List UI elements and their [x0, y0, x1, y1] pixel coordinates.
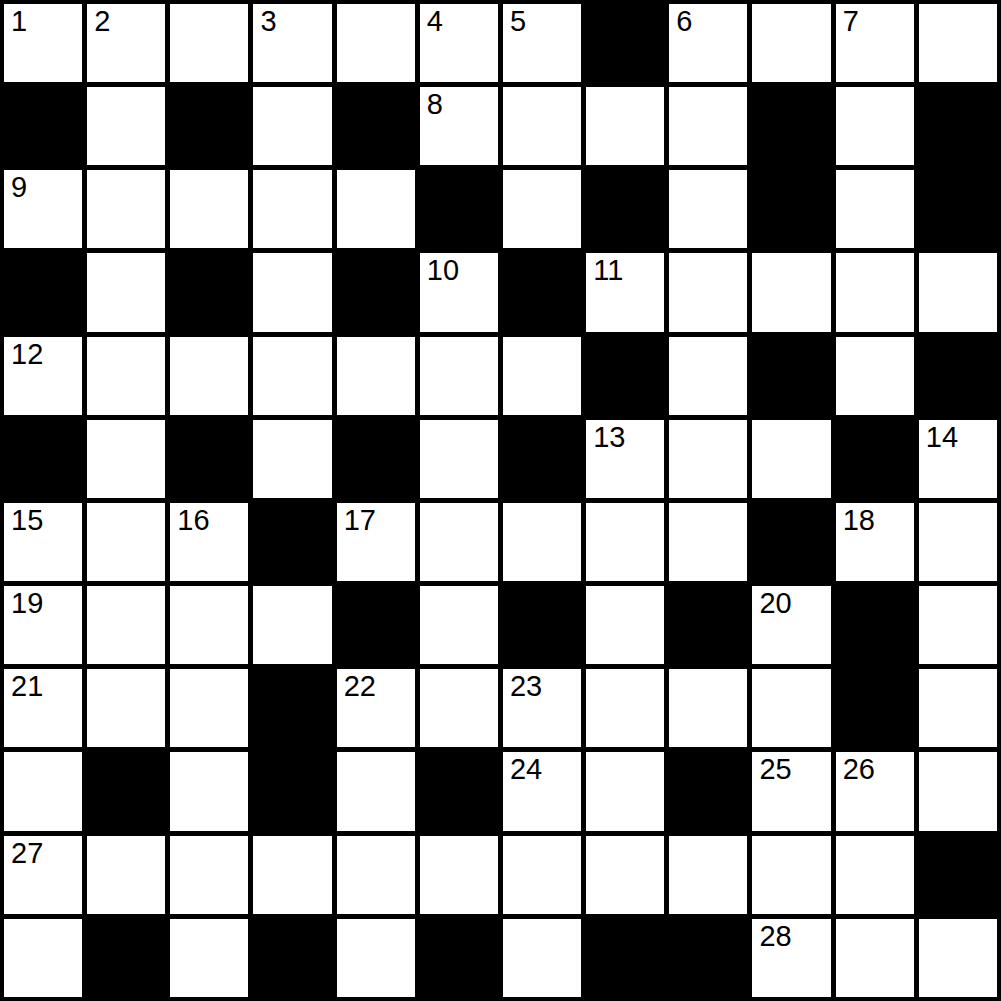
- black-cell-r12c9: [669, 919, 747, 997]
- black-cell-r2c1: [4, 87, 82, 165]
- black-cell-r2c12: [919, 87, 997, 165]
- black-cell-r2c3: [170, 87, 248, 165]
- white-cell-r11c9[interactable]: [669, 836, 747, 914]
- black-cell-r8c9: [669, 586, 747, 664]
- white-cell-r5c2[interactable]: [87, 337, 165, 415]
- black-cell-r10c4: [253, 752, 331, 830]
- white-cell-r8c6[interactable]: [420, 586, 498, 664]
- white-cell-r4c4[interactable]: [253, 253, 331, 331]
- white-cell-r10c10[interactable]: 25: [752, 752, 830, 830]
- clue-number-1: 1: [11, 6, 27, 36]
- clue-number-25: 25: [759, 754, 791, 784]
- white-cell-r9c3[interactable]: [170, 669, 248, 747]
- white-cell-r2c9[interactable]: [669, 87, 747, 165]
- white-cell-r5c9[interactable]: [669, 337, 747, 415]
- clue-number-4: 4: [427, 6, 443, 36]
- white-cell-r5c6[interactable]: [420, 337, 498, 415]
- black-cell-r6c1: [4, 420, 82, 498]
- white-cell-r7c9[interactable]: [669, 503, 747, 581]
- black-cell-r6c3: [170, 420, 248, 498]
- black-cell-r5c8: [586, 337, 664, 415]
- white-cell-r11c3[interactable]: [170, 836, 248, 914]
- white-cell-r6c9[interactable]: [669, 420, 747, 498]
- white-cell-r2c4[interactable]: [253, 87, 331, 165]
- white-cell-r7c7[interactable]: [503, 503, 581, 581]
- white-cell-r4c9[interactable]: [669, 253, 747, 331]
- white-cell-r11c11[interactable]: [836, 836, 914, 914]
- white-cell-r3c11[interactable]: [836, 170, 914, 248]
- black-cell-r6c11: [836, 420, 914, 498]
- white-cell-r4c10[interactable]: [752, 253, 830, 331]
- white-cell-r3c4[interactable]: [253, 170, 331, 248]
- white-cell-r3c9[interactable]: [669, 170, 747, 248]
- clue-number-12: 12: [11, 339, 43, 369]
- white-cell-r7c8[interactable]: [586, 503, 664, 581]
- white-cell-r12c1[interactable]: [4, 919, 82, 997]
- black-cell-r2c10: [752, 87, 830, 165]
- white-cell-r12c3[interactable]: [170, 919, 248, 997]
- white-cell-r6c2[interactable]: [87, 420, 165, 498]
- black-cell-r8c11: [836, 586, 914, 664]
- white-cell-r8c8[interactable]: [586, 586, 664, 664]
- white-cell-r5c4[interactable]: [253, 337, 331, 415]
- white-cell-r12c5[interactable]: [337, 919, 415, 997]
- black-cell-r12c2: [87, 919, 165, 997]
- white-cell-r8c4[interactable]: [253, 586, 331, 664]
- white-cell-r3c2[interactable]: [87, 170, 165, 248]
- white-cell-r11c8[interactable]: [586, 836, 664, 914]
- clue-number-3: 3: [260, 6, 276, 36]
- white-cell-r1c9[interactable]: 6: [669, 4, 747, 82]
- white-cell-r2c11[interactable]: [836, 87, 914, 165]
- white-cell-r5c11[interactable]: [836, 337, 914, 415]
- black-cell-r9c11: [836, 669, 914, 747]
- white-cell-r10c12[interactable]: [919, 752, 997, 830]
- black-cell-r8c5: [337, 586, 415, 664]
- white-cell-r1c2[interactable]: 2: [87, 4, 165, 82]
- white-cell-r7c3[interactable]: 16: [170, 503, 248, 581]
- black-cell-r6c5: [337, 420, 415, 498]
- black-cell-r2c5: [337, 87, 415, 165]
- clue-number-27: 27: [11, 838, 43, 868]
- white-cell-r1c10[interactable]: [752, 4, 830, 82]
- white-cell-r10c8[interactable]: [586, 752, 664, 830]
- white-cell-r6c12[interactable]: 14: [919, 420, 997, 498]
- clue-number-26: 26: [843, 754, 875, 784]
- white-cell-r5c5[interactable]: [337, 337, 415, 415]
- white-cell-r7c6[interactable]: [420, 503, 498, 581]
- white-cell-r9c1[interactable]: 21: [4, 669, 82, 747]
- white-cell-r9c6[interactable]: [420, 669, 498, 747]
- white-cell-r5c3[interactable]: [170, 337, 248, 415]
- black-cell-r5c12: [919, 337, 997, 415]
- white-cell-r4c11[interactable]: [836, 253, 914, 331]
- black-cell-r11c12: [919, 836, 997, 914]
- white-cell-r2c8[interactable]: [586, 87, 664, 165]
- white-cell-r5c1[interactable]: 12: [4, 337, 82, 415]
- white-cell-r11c10[interactable]: [752, 836, 830, 914]
- white-cell-r1c3[interactable]: [170, 4, 248, 82]
- white-cell-r9c7[interactable]: 23: [503, 669, 581, 747]
- white-cell-r7c5[interactable]: 17: [337, 503, 415, 581]
- white-cell-r8c10[interactable]: 20: [752, 586, 830, 664]
- clue-number-15: 15: [11, 505, 43, 535]
- white-cell-r3c1[interactable]: 9: [4, 170, 82, 248]
- clue-number-18: 18: [843, 505, 875, 535]
- white-cell-r9c5[interactable]: 22: [337, 669, 415, 747]
- white-cell-r6c10[interactable]: [752, 420, 830, 498]
- black-cell-r9c4: [253, 669, 331, 747]
- clue-number-21: 21: [11, 671, 43, 701]
- white-cell-r3c3[interactable]: [170, 170, 248, 248]
- clue-number-17: 17: [344, 505, 376, 535]
- white-cell-r4c12[interactable]: [919, 253, 997, 331]
- white-cell-r12c10[interactable]: 28: [752, 919, 830, 997]
- black-cell-r4c3: [170, 253, 248, 331]
- white-cell-r2c2[interactable]: [87, 87, 165, 165]
- white-cell-r11c5[interactable]: [337, 836, 415, 914]
- clue-number-19: 19: [11, 588, 43, 618]
- white-cell-r1c7[interactable]: 5: [503, 4, 581, 82]
- clue-number-9: 9: [11, 172, 27, 202]
- white-cell-r9c2[interactable]: [87, 669, 165, 747]
- white-cell-r11c4[interactable]: [253, 836, 331, 914]
- clue-number-23: 23: [510, 671, 542, 701]
- black-cell-r7c10: [752, 503, 830, 581]
- white-cell-r9c9[interactable]: [669, 669, 747, 747]
- white-cell-r11c6[interactable]: [420, 836, 498, 914]
- white-cell-r11c7[interactable]: [503, 836, 581, 914]
- white-cell-r4c6[interactable]: 10: [420, 253, 498, 331]
- white-cell-r11c2[interactable]: [87, 836, 165, 914]
- white-cell-r6c8[interactable]: 13: [586, 420, 664, 498]
- white-cell-r7c1[interactable]: 15: [4, 503, 82, 581]
- clue-number-14: 14: [926, 422, 958, 452]
- white-cell-r7c2[interactable]: [87, 503, 165, 581]
- black-cell-r5c10: [752, 337, 830, 415]
- white-cell-r8c12[interactable]: [919, 586, 997, 664]
- black-cell-r4c5: [337, 253, 415, 331]
- white-cell-r10c5[interactable]: [337, 752, 415, 830]
- white-cell-r1c4[interactable]: 3: [253, 4, 331, 82]
- white-cell-r9c12[interactable]: [919, 669, 997, 747]
- black-cell-r12c4: [253, 919, 331, 997]
- black-cell-r10c2: [87, 752, 165, 830]
- black-cell-r3c8: [586, 170, 664, 248]
- white-cell-r3c5[interactable]: [337, 170, 415, 248]
- white-cell-r10c3[interactable]: [170, 752, 248, 830]
- clue-number-5: 5: [510, 6, 526, 36]
- clue-number-7: 7: [843, 6, 859, 36]
- clue-number-13: 13: [593, 422, 625, 452]
- clue-number-8: 8: [427, 89, 443, 119]
- white-cell-r10c1[interactable]: [4, 752, 82, 830]
- clue-number-2: 2: [94, 6, 110, 36]
- white-cell-r8c3[interactable]: [170, 586, 248, 664]
- white-cell-r6c4[interactable]: [253, 420, 331, 498]
- white-cell-r1c12[interactable]: [919, 4, 997, 82]
- black-cell-r7c4: [253, 503, 331, 581]
- black-cell-r1c8: [586, 4, 664, 82]
- black-cell-r4c1: [4, 253, 82, 331]
- white-cell-r5c7[interactable]: [503, 337, 581, 415]
- black-cell-r6c7: [503, 420, 581, 498]
- crossword-grid: 1234567891011121314151617181920212223242…: [0, 0, 1001, 1001]
- clue-number-10: 10: [427, 255, 459, 285]
- black-cell-r8c7: [503, 586, 581, 664]
- white-cell-r4c2[interactable]: [87, 253, 165, 331]
- white-cell-r2c7[interactable]: [503, 87, 581, 165]
- white-cell-r1c11[interactable]: 7: [836, 4, 914, 82]
- white-cell-r7c12[interactable]: [919, 503, 997, 581]
- white-cell-r6c6[interactable]: [420, 420, 498, 498]
- black-cell-r3c12: [919, 170, 997, 248]
- clue-number-16: 16: [177, 505, 209, 535]
- white-cell-r11c1[interactable]: 27: [4, 836, 82, 914]
- black-cell-r12c6: [420, 919, 498, 997]
- white-cell-r1c1[interactable]: 1: [4, 4, 82, 82]
- white-cell-r7c11[interactable]: 18: [836, 503, 914, 581]
- black-cell-r10c9: [669, 752, 747, 830]
- white-cell-r1c6[interactable]: 4: [420, 4, 498, 82]
- clue-number-20: 20: [759, 588, 791, 618]
- black-cell-r3c6: [420, 170, 498, 248]
- clue-number-22: 22: [344, 671, 376, 701]
- clue-number-6: 6: [676, 6, 692, 36]
- black-cell-r3c10: [752, 170, 830, 248]
- clue-number-24: 24: [510, 754, 542, 784]
- white-cell-r10c7[interactable]: 24: [503, 752, 581, 830]
- white-cell-r12c12[interactable]: [919, 919, 997, 997]
- white-cell-r9c10[interactable]: [752, 669, 830, 747]
- white-cell-r10c11[interactable]: 26: [836, 752, 914, 830]
- black-cell-r12c8: [586, 919, 664, 997]
- white-cell-r12c11[interactable]: [836, 919, 914, 997]
- white-cell-r12c7[interactable]: [503, 919, 581, 997]
- white-cell-r3c7[interactable]: [503, 170, 581, 248]
- white-cell-r8c1[interactable]: 19: [4, 586, 82, 664]
- white-cell-r2c6[interactable]: 8: [420, 87, 498, 165]
- white-cell-r1c5[interactable]: [337, 4, 415, 82]
- black-cell-r4c7: [503, 253, 581, 331]
- white-cell-r9c8[interactable]: [586, 669, 664, 747]
- black-cell-r10c6: [420, 752, 498, 830]
- white-cell-r4c8[interactable]: 11: [586, 253, 664, 331]
- clue-number-11: 11: [593, 255, 623, 285]
- clue-number-28: 28: [759, 921, 791, 951]
- white-cell-r8c2[interactable]: [87, 586, 165, 664]
